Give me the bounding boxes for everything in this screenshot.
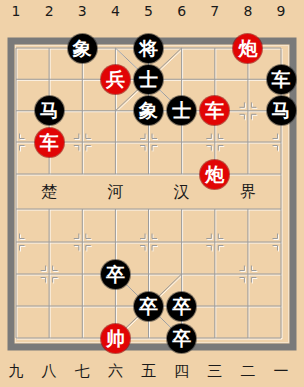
piece-black-elephant[interactable]: 象 <box>68 34 97 63</box>
piece-black-advisor[interactable]: 士 <box>167 96 196 125</box>
file-label-top-5: 5 <box>144 4 153 18</box>
file-label-top-8: 8 <box>243 4 252 18</box>
file-label-top-7: 7 <box>210 4 219 18</box>
piece-black-soldier[interactable]: 卒 <box>134 292 163 321</box>
file-label-bottom-4: 六 <box>108 364 123 379</box>
file-label-bottom-7: 三 <box>207 364 222 379</box>
board[interactable]: 象将炮兵士车马象士车马车炮卒卒卒帅卒 <box>0 33 298 355</box>
xiangqi-board-page: 123456789 楚河汉界 象将炮兵士车马象士车马车炮卒卒卒帅卒 九八七六五四… <box>0 0 304 387</box>
file-label-top-2: 2 <box>45 4 54 18</box>
piece-black-horse[interactable]: 马 <box>267 96 296 125</box>
file-label-bottom-1: 九 <box>9 364 24 379</box>
file-label-top-4: 4 <box>111 4 120 18</box>
file-label-bottom-8: 二 <box>240 364 255 379</box>
piece-black-general[interactable]: 将 <box>134 34 163 63</box>
piece-red-general[interactable]: 帅 <box>101 324 130 353</box>
piece-red-cannon[interactable]: 炮 <box>233 34 262 63</box>
file-label-bottom-2: 八 <box>42 364 57 379</box>
file-label-top-1: 1 <box>12 4 21 18</box>
file-label-top-6: 6 <box>177 4 186 18</box>
piece-black-soldier[interactable]: 卒 <box>167 324 196 353</box>
file-label-top-9: 9 <box>277 4 286 18</box>
piece-black-advisor[interactable]: 士 <box>134 65 163 94</box>
piece-red-chariot[interactable]: 车 <box>35 128 64 157</box>
piece-red-soldier[interactable]: 兵 <box>101 65 130 94</box>
file-label-bottom-6: 四 <box>174 364 189 379</box>
file-label-top-3: 3 <box>78 4 87 18</box>
piece-black-horse[interactable]: 马 <box>35 96 64 125</box>
piece-red-chariot[interactable]: 车 <box>200 96 229 125</box>
piece-red-cannon[interactable]: 炮 <box>200 160 229 189</box>
file-label-bottom-3: 七 <box>75 364 90 379</box>
file-label-bottom-5: 五 <box>141 364 156 379</box>
piece-black-soldier[interactable]: 卒 <box>101 260 130 289</box>
file-label-bottom-9: 一 <box>274 364 289 379</box>
piece-black-soldier[interactable]: 卒 <box>167 292 196 321</box>
piece-black-elephant[interactable]: 象 <box>134 96 163 125</box>
piece-black-chariot[interactable]: 车 <box>267 65 296 94</box>
